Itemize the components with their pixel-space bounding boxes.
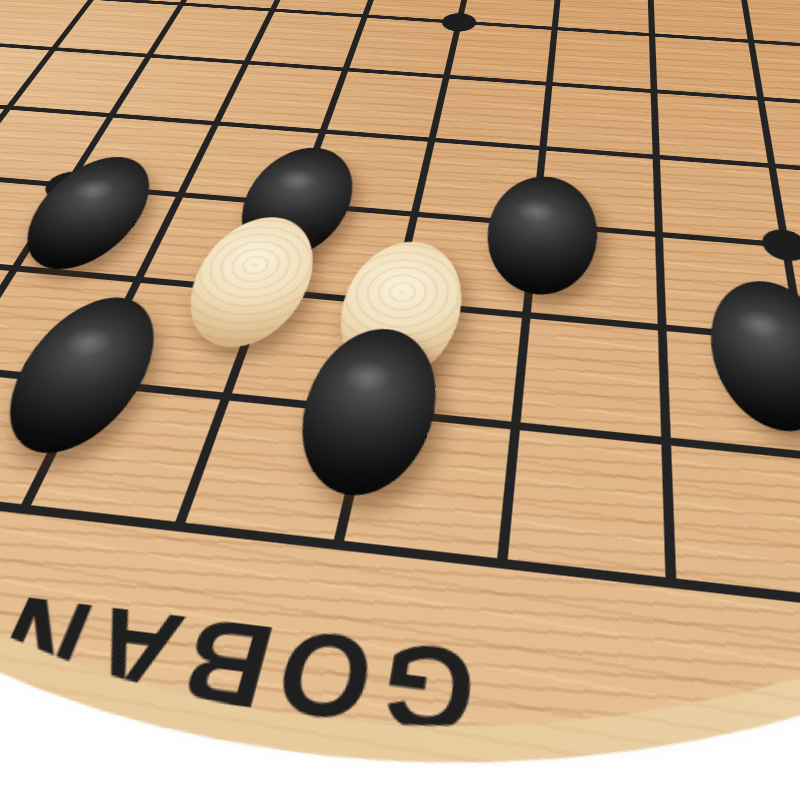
grid-horizontal-line [0,34,800,125]
star-point [440,12,478,32]
photo-canvas: GOBANG [0,0,800,800]
board-perspective-wrapper: GOBANG [0,0,800,800]
black-stone[interactable] [281,324,447,503]
star-point [760,228,800,263]
black-stone[interactable] [706,276,800,437]
black-stone[interactable] [479,173,599,300]
black-stone[interactable] [0,293,177,460]
